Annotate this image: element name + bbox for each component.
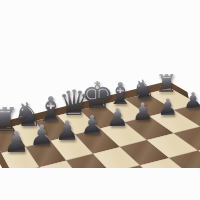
piece-pawn: ♟ [29, 122, 54, 150]
piece-pawn: ♟ [4, 128, 30, 157]
piece-pawn: ♟ [183, 90, 200, 112]
piece-pawn: ♟ [158, 96, 179, 119]
pieces-layer: ♜♞♝♛♚♝♞♜♟♟♟♟♟♟♟♟ [0, 0, 200, 168]
chess-set-photo: ♜♞♝♛♚♝♞♜♟♟♟♟♟♟♟♟ [0, 0, 200, 200]
board-area: ♜♞♝♛♚♝♞♜♟♟♟♟♟♟♟♟ [0, 0, 200, 168]
piece-pawn: ♟ [132, 101, 153, 125]
piece-pawn: ♟ [81, 112, 104, 138]
piece-pawn: ♟ [106, 106, 128, 131]
piece-pawn: ♟ [55, 117, 79, 144]
